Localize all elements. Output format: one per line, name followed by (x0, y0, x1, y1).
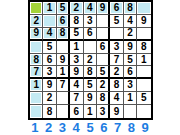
cell-fill: 5 (44, 42, 54, 52)
cell-r1c4[interactable]: 2 (70, 2, 83, 15)
cell-r9c6[interactable]: 3 (97, 105, 110, 118)
cell-r9c9[interactable] (137, 105, 150, 118)
cell-r2c2[interactable] (43, 15, 56, 28)
cell-fill: 3 (85, 16, 95, 26)
cell-fill: 2 (85, 55, 95, 65)
cell-r8c3[interactable] (57, 92, 70, 105)
cell-r1c7[interactable]: 6 (110, 2, 123, 15)
number-button-1[interactable]: 1 (28, 120, 42, 135)
cell-fill: 2 (98, 80, 107, 90)
sudoku-app: 1524968268354994856251639886932751731985… (0, 0, 180, 135)
cell-r2c8[interactable]: 4 (124, 15, 137, 28)
cell-r6c9[interactable] (137, 66, 150, 79)
cell-fill: 7 (71, 93, 81, 103)
cell-fill: 3 (44, 67, 54, 76)
cell-r4c2[interactable]: 5 (43, 41, 56, 54)
cell-r8c1[interactable] (30, 92, 43, 105)
cell-r3c9[interactable] (137, 28, 150, 41)
cell-fill: 1 (71, 42, 81, 52)
cell-r5c1[interactable]: 8 (30, 54, 43, 67)
cell-fill: 3 (98, 106, 107, 117)
number-button-6[interactable]: 6 (97, 120, 111, 135)
cell-fill: 6 (58, 16, 67, 26)
cell-fill (138, 80, 149, 90)
cell-r1c6[interactable]: 9 (97, 2, 110, 15)
cell-fill: 9 (85, 93, 95, 103)
cell-fill: 8 (44, 106, 54, 117)
cell-r1c5[interactable]: 4 (84, 2, 97, 15)
cell-fill (31, 106, 41, 117)
cell-r1c2[interactable]: 1 (43, 2, 56, 15)
cell-r4c7[interactable]: 3 (110, 41, 123, 54)
number-button-4[interactable]: 4 (69, 120, 83, 135)
cell-r7c2[interactable]: 9 (43, 79, 56, 92)
cell-r2c9[interactable]: 9 (137, 15, 150, 28)
cell-fill (44, 16, 54, 26)
number-bar: 123456789 (28, 120, 152, 135)
cell-fill: 6 (71, 106, 81, 117)
cell-fill: 6 (111, 3, 121, 13)
cell-r5c8[interactable]: 5 (124, 54, 137, 67)
cell-fill: 4 (44, 29, 54, 38)
cell-r7c5[interactable]: 5 (84, 79, 97, 92)
cell-fill: 2 (71, 3, 81, 13)
cell-fill: 9 (71, 67, 81, 76)
cell-fill: 7 (111, 55, 121, 65)
number-button-5[interactable]: 5 (83, 120, 97, 135)
cell-fill (58, 106, 67, 117)
cell-fill: 4 (71, 80, 81, 90)
cell-r8c4[interactable]: 7 (70, 92, 83, 105)
number-button-3[interactable]: 3 (56, 120, 70, 135)
cell-r3c3[interactable]: 8 (57, 28, 70, 41)
cell-fill: 7 (31, 67, 41, 76)
number-button-2[interactable]: 2 (42, 120, 56, 135)
cell-r3c1[interactable]: 9 (30, 28, 43, 41)
cell-r9c5[interactable]: 1 (84, 105, 97, 118)
cell-fill: 6 (44, 55, 54, 65)
cell-fill: 4 (85, 3, 95, 13)
cell-fill: 8 (71, 16, 81, 26)
cell-fill: 9 (138, 16, 149, 26)
cell-fill: 8 (98, 93, 107, 103)
cell-fill (98, 29, 107, 38)
cell-fill: 9 (125, 42, 135, 52)
cell-fill: 9 (58, 55, 67, 65)
cell-fill: 9 (31, 29, 41, 38)
selected-cell-fill (31, 3, 41, 13)
cell-fill: 2 (125, 29, 135, 38)
cell-fill (31, 93, 41, 103)
cell-fill: 8 (111, 80, 121, 90)
cell-r9c1[interactable] (30, 105, 43, 118)
cell-r8c9[interactable]: 5 (137, 92, 150, 105)
cell-fill: 2 (44, 93, 54, 103)
cell-fill: 1 (44, 3, 54, 13)
cell-fill: 8 (58, 29, 67, 38)
cell-r6c8[interactable]: 6 (124, 66, 137, 79)
cell-r4c6[interactable]: 6 (97, 41, 110, 54)
cell-fill (98, 16, 107, 26)
cell-r9c4[interactable]: 6 (70, 105, 83, 118)
cell-r8c5[interactable]: 9 (84, 92, 97, 105)
cell-fill (58, 42, 67, 52)
cell-r2c3[interactable]: 6 (57, 15, 70, 28)
cell-r6c6[interactable]: 5 (97, 66, 110, 79)
cell-fill: 9 (111, 106, 121, 117)
cell-fill: 5 (125, 55, 135, 65)
cell-r1c1[interactable] (30, 2, 43, 15)
cell-fill (138, 106, 149, 117)
cell-fill: 3 (125, 80, 135, 90)
cell-fill (31, 42, 41, 52)
cell-fill (98, 55, 107, 65)
cell-fill: 1 (58, 67, 67, 76)
cell-r9c2[interactable]: 8 (43, 105, 56, 118)
cell-fill: 7 (58, 80, 67, 90)
cell-r6c4[interactable]: 9 (70, 66, 83, 79)
cell-fill: 8 (138, 42, 149, 52)
cell-fill: 6 (98, 42, 107, 52)
number-button-9[interactable]: 9 (138, 120, 152, 135)
number-button-8[interactable]: 8 (124, 120, 138, 135)
cell-fill (125, 106, 135, 117)
cell-r3c4[interactable]: 5 (70, 28, 83, 41)
cell-r1c9[interactable] (137, 2, 150, 15)
cell-r9c8[interactable] (124, 105, 137, 118)
cell-r7c6[interactable]: 2 (97, 79, 110, 92)
cell-fill: 1 (125, 93, 135, 103)
cell-r1c8[interactable]: 8 (124, 2, 137, 15)
cell-r3c7[interactable] (110, 28, 123, 41)
cell-fill: 6 (125, 67, 135, 76)
cell-r7c9[interactable] (137, 79, 150, 92)
cell-fill: 3 (71, 55, 81, 65)
cell-r3c8[interactable]: 2 (124, 28, 137, 41)
cell-r4c4[interactable]: 1 (70, 41, 83, 54)
cell-fill: 9 (44, 80, 54, 90)
sudoku-board: 1524968268354994856251639886932751731985… (28, 0, 153, 120)
cell-fill: 2 (31, 16, 41, 26)
cell-r2c4[interactable]: 8 (70, 15, 83, 28)
cell-r6c5[interactable]: 8 (84, 66, 97, 79)
cell-fill: 4 (125, 16, 135, 26)
cell-r5c6[interactable] (97, 54, 110, 67)
cell-r8c6[interactable]: 8 (97, 92, 110, 105)
cell-r6c2[interactable]: 3 (43, 66, 56, 79)
cell-r4c3[interactable] (57, 41, 70, 54)
cell-r7c7[interactable]: 8 (110, 79, 123, 92)
cell-fill: 8 (31, 55, 41, 65)
cell-fill: 8 (125, 3, 135, 13)
cell-fill: 1 (138, 55, 149, 65)
cell-fill: 8 (85, 67, 95, 76)
cell-r9c3[interactable] (57, 105, 70, 118)
cell-fill (138, 29, 149, 38)
cell-r9c7[interactable]: 9 (110, 105, 123, 118)
cell-fill (138, 67, 149, 76)
cell-fill: 1 (31, 80, 41, 90)
cell-r5c4[interactable]: 3 (70, 54, 83, 67)
cell-r4c5[interactable] (84, 41, 97, 54)
cell-fill: 5 (111, 16, 121, 26)
cell-r6c1[interactable]: 7 (30, 66, 43, 79)
cell-r8c8[interactable]: 1 (124, 92, 137, 105)
cell-fill: 1 (85, 106, 95, 117)
cell-r1c3[interactable]: 5 (57, 2, 70, 15)
number-button-7[interactable]: 7 (111, 120, 125, 135)
cell-fill: 5 (138, 93, 149, 103)
cell-r4c1[interactable] (30, 41, 43, 54)
cell-fill: 2 (111, 67, 121, 76)
cell-r4c8[interactable]: 9 (124, 41, 137, 54)
cell-fill: 5 (98, 67, 107, 76)
cell-r6c3[interactable]: 1 (57, 66, 70, 79)
cell-fill: 5 (58, 3, 67, 13)
cell-r3c6[interactable] (97, 28, 110, 41)
cell-fill: 6 (85, 29, 95, 38)
cell-r2c1[interactable]: 2 (30, 15, 43, 28)
cell-r3c2[interactable]: 4 (43, 28, 56, 41)
cell-r5c3[interactable]: 9 (57, 54, 70, 67)
cell-r8c2[interactable]: 2 (43, 92, 56, 105)
cell-r7c3[interactable]: 7 (57, 79, 70, 92)
cell-r4c9[interactable]: 8 (137, 41, 150, 54)
cell-r7c1[interactable]: 1 (30, 79, 43, 92)
cell-r5c5[interactable]: 2 (84, 54, 97, 67)
cell-fill: 5 (85, 80, 95, 90)
cell-r2c6[interactable] (97, 15, 110, 28)
cell-r7c8[interactable]: 3 (124, 79, 137, 92)
cell-r5c7[interactable]: 7 (110, 54, 123, 67)
cell-fill (58, 93, 67, 103)
cell-fill (111, 29, 121, 38)
cell-fill: 4 (111, 93, 121, 103)
cell-r2c5[interactable]: 3 (84, 15, 97, 28)
cell-r5c9[interactable]: 1 (137, 54, 150, 67)
cell-r7c4[interactable]: 4 (70, 79, 83, 92)
cell-fill: 3 (111, 42, 121, 52)
cell-fill (85, 42, 95, 52)
cell-r3c5[interactable]: 6 (84, 28, 97, 41)
cell-r5c2[interactable]: 6 (43, 54, 56, 67)
cell-r2c7[interactable]: 5 (110, 15, 123, 28)
cell-fill: 5 (71, 29, 81, 38)
cell-r6c7[interactable]: 2 (110, 66, 123, 79)
cell-fill (138, 3, 149, 13)
cell-fill: 9 (98, 3, 107, 13)
cell-r8c7[interactable]: 4 (110, 92, 123, 105)
